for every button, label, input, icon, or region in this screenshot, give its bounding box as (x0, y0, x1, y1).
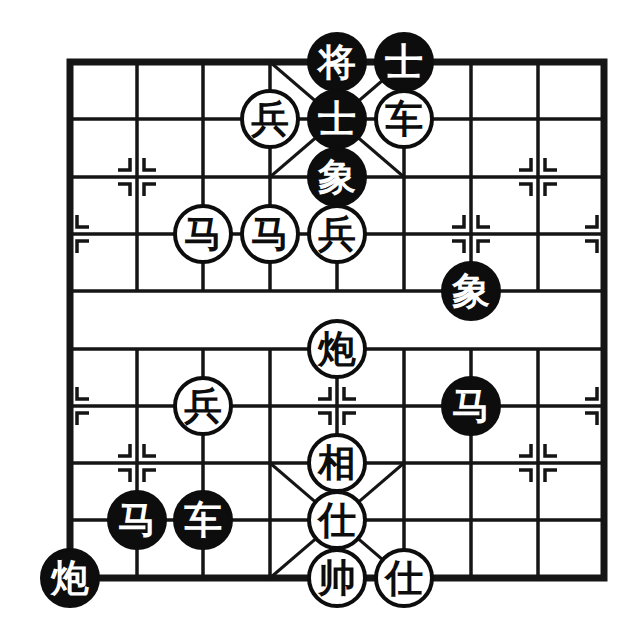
piece-red-advisor[interactable]: 仕 (307, 490, 367, 550)
piece-red-cannon[interactable]: 炮 (307, 319, 367, 379)
piece-black-cannon[interactable]: 炮 (40, 548, 100, 608)
piece-red-pawn[interactable]: 兵 (173, 376, 233, 436)
piece-red-chariot[interactable]: 车 (374, 89, 434, 149)
piece-red-horse[interactable]: 马 (240, 204, 300, 264)
piece-red-pawn[interactable]: 兵 (240, 89, 300, 149)
piece-black-horse[interactable]: 马 (441, 376, 501, 436)
piece-red-elephant[interactable]: 相 (307, 433, 367, 493)
piece-red-advisor[interactable]: 仕 (374, 548, 434, 608)
piece-red-horse[interactable]: 马 (173, 204, 233, 264)
piece-black-chariot[interactable]: 车 (173, 490, 233, 550)
piece-black-advisor[interactable]: 士 (374, 32, 434, 92)
piece-black-elephant[interactable]: 象 (307, 147, 367, 207)
piece-red-general[interactable]: 帅 (307, 548, 367, 608)
piece-black-advisor[interactable]: 士 (307, 89, 367, 149)
piece-black-elephant[interactable]: 象 (441, 261, 501, 321)
piece-black-general[interactable]: 将 (307, 32, 367, 92)
piece-red-pawn[interactable]: 兵 (307, 204, 367, 264)
xiangqi-board[interactable]: 将士兵士车象马马兵象炮兵马相马车仕炮帅仕 (0, 0, 640, 640)
piece-black-horse[interactable]: 马 (107, 490, 167, 550)
